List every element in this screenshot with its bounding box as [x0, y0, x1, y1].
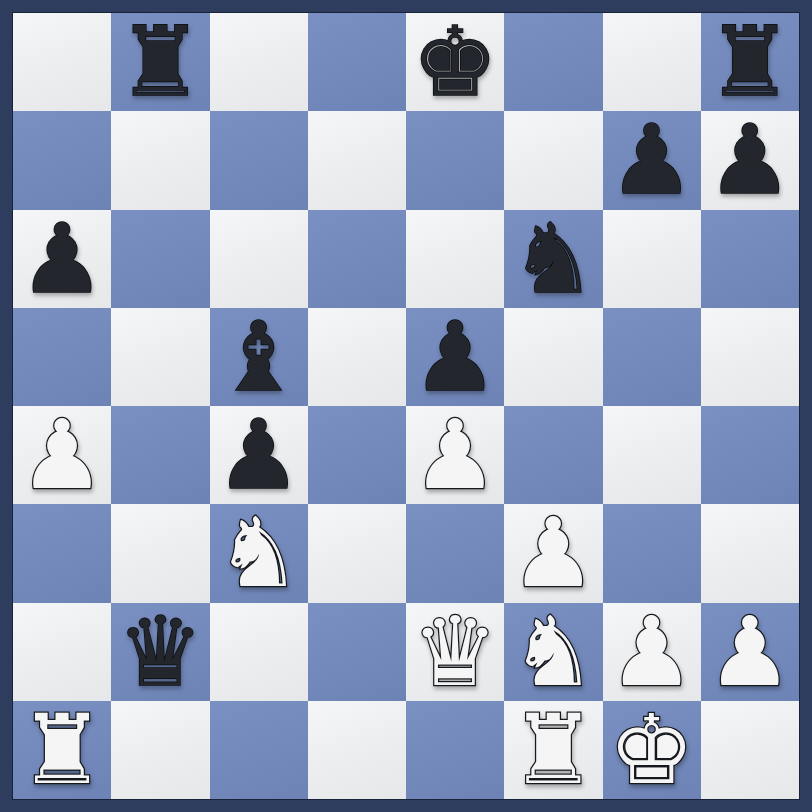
- square-f6[interactable]: ♞: [504, 210, 602, 308]
- square-g2[interactable]: ♟: [603, 603, 701, 701]
- square-b4[interactable]: [111, 406, 209, 504]
- square-h1[interactable]: [701, 701, 799, 799]
- square-d6[interactable]: [308, 210, 406, 308]
- square-g8[interactable]: [603, 13, 701, 111]
- white-pawn-piece[interactable]: ♟: [609, 603, 695, 701]
- square-e4[interactable]: ♟: [406, 406, 504, 504]
- square-a2[interactable]: [13, 603, 111, 701]
- square-e8[interactable]: ♚: [406, 13, 504, 111]
- square-g1[interactable]: ♚: [603, 701, 701, 799]
- black-pawn-piece[interactable]: ♟: [19, 210, 105, 308]
- chess-board: ♜♚♜♟♟♟♞♝♟♟♟♟♞♟♛♛♞♟♟♜♜♚: [13, 13, 799, 799]
- square-f3[interactable]: ♟: [504, 504, 602, 602]
- white-king-piece[interactable]: ♚: [609, 701, 695, 799]
- square-a7[interactable]: [13, 111, 111, 209]
- square-e6[interactable]: [406, 210, 504, 308]
- square-a5[interactable]: [13, 308, 111, 406]
- square-f4[interactable]: [504, 406, 602, 504]
- square-d3[interactable]: [308, 504, 406, 602]
- square-f5[interactable]: [504, 308, 602, 406]
- white-pawn-piece[interactable]: ♟: [19, 406, 105, 504]
- white-knight-piece[interactable]: ♞: [216, 504, 302, 602]
- square-b1[interactable]: [111, 701, 209, 799]
- square-f7[interactable]: [504, 111, 602, 209]
- black-pawn-piece[interactable]: ♟: [216, 406, 302, 504]
- square-h6[interactable]: [701, 210, 799, 308]
- square-d7[interactable]: [308, 111, 406, 209]
- square-c1[interactable]: [210, 701, 308, 799]
- square-d2[interactable]: [308, 603, 406, 701]
- board-frame: ♜♚♜♟♟♟♞♝♟♟♟♟♞♟♛♛♞♟♟♜♜♚: [0, 0, 812, 812]
- square-h3[interactable]: [701, 504, 799, 602]
- square-b7[interactable]: [111, 111, 209, 209]
- white-pawn-piece[interactable]: ♟: [707, 603, 793, 701]
- square-b5[interactable]: [111, 308, 209, 406]
- square-d4[interactable]: [308, 406, 406, 504]
- square-g4[interactable]: [603, 406, 701, 504]
- square-f2[interactable]: ♞: [504, 603, 602, 701]
- white-knight-piece[interactable]: ♞: [510, 603, 596, 701]
- square-e3[interactable]: [406, 504, 504, 602]
- black-rook-piece[interactable]: ♜: [117, 13, 203, 111]
- square-a6[interactable]: ♟: [13, 210, 111, 308]
- square-c8[interactable]: [210, 13, 308, 111]
- square-g5[interactable]: [603, 308, 701, 406]
- square-g3[interactable]: [603, 504, 701, 602]
- square-g7[interactable]: ♟: [603, 111, 701, 209]
- square-h7[interactable]: ♟: [701, 111, 799, 209]
- square-c5[interactable]: ♝: [210, 308, 308, 406]
- black-pawn-piece[interactable]: ♟: [609, 111, 695, 209]
- square-c3[interactable]: ♞: [210, 504, 308, 602]
- black-king-piece[interactable]: ♚: [412, 13, 498, 111]
- square-d5[interactable]: [308, 308, 406, 406]
- square-c7[interactable]: [210, 111, 308, 209]
- square-d1[interactable]: [308, 701, 406, 799]
- square-e5[interactable]: ♟: [406, 308, 504, 406]
- white-rook-piece[interactable]: ♜: [19, 701, 105, 799]
- black-queen-piece[interactable]: ♛: [117, 603, 203, 701]
- white-rook-piece[interactable]: ♜: [510, 701, 596, 799]
- black-rook-piece[interactable]: ♜: [707, 13, 793, 111]
- square-a1[interactable]: ♜: [13, 701, 111, 799]
- black-bishop-piece[interactable]: ♝: [216, 308, 302, 406]
- square-a8[interactable]: [13, 13, 111, 111]
- square-f8[interactable]: [504, 13, 602, 111]
- square-h2[interactable]: ♟: [701, 603, 799, 701]
- square-c4[interactable]: ♟: [210, 406, 308, 504]
- square-e1[interactable]: [406, 701, 504, 799]
- square-b2[interactable]: ♛: [111, 603, 209, 701]
- square-h5[interactable]: [701, 308, 799, 406]
- square-a4[interactable]: ♟: [13, 406, 111, 504]
- black-pawn-piece[interactable]: ♟: [412, 308, 498, 406]
- square-c2[interactable]: [210, 603, 308, 701]
- white-queen-piece[interactable]: ♛: [412, 603, 498, 701]
- black-pawn-piece[interactable]: ♟: [707, 111, 793, 209]
- square-e2[interactable]: ♛: [406, 603, 504, 701]
- black-knight-piece[interactable]: ♞: [510, 210, 596, 308]
- square-g6[interactable]: [603, 210, 701, 308]
- square-b3[interactable]: [111, 504, 209, 602]
- square-f1[interactable]: ♜: [504, 701, 602, 799]
- square-e7[interactable]: [406, 111, 504, 209]
- square-b8[interactable]: ♜: [111, 13, 209, 111]
- square-h4[interactable]: [701, 406, 799, 504]
- square-h8[interactable]: ♜: [701, 13, 799, 111]
- white-pawn-piece[interactable]: ♟: [412, 406, 498, 504]
- square-a3[interactable]: [13, 504, 111, 602]
- square-c6[interactable]: [210, 210, 308, 308]
- white-pawn-piece[interactable]: ♟: [510, 504, 596, 602]
- square-b6[interactable]: [111, 210, 209, 308]
- square-d8[interactable]: [308, 13, 406, 111]
